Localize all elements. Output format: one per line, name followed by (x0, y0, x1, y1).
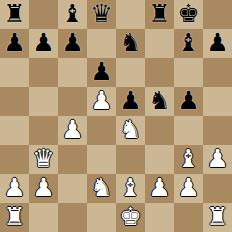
square-f6[interactable] (145, 58, 174, 87)
square-h6[interactable] (203, 58, 232, 87)
square-g7[interactable]: ♝ (174, 29, 203, 58)
square-e1[interactable]: ♚ (116, 203, 145, 232)
piece-white-queen: ♛ (32, 144, 54, 173)
square-e6[interactable] (116, 58, 145, 87)
piece-black-pawn: ♟ (3, 28, 25, 57)
square-a5[interactable] (0, 87, 29, 116)
square-c4[interactable]: ♟ (58, 116, 87, 145)
square-h7[interactable]: ♟ (203, 29, 232, 58)
piece-black-pawn: ♟ (119, 86, 141, 115)
piece-black-pawn: ♟ (90, 57, 112, 86)
piece-white-pawn: ♟ (61, 115, 83, 144)
piece-white-pawn: ♟ (3, 173, 25, 202)
square-h5[interactable] (203, 87, 232, 116)
piece-black-pawn: ♟ (61, 28, 83, 57)
piece-black-knight: ♞ (119, 28, 141, 57)
square-c3[interactable] (58, 145, 87, 174)
square-g4[interactable] (174, 116, 203, 145)
piece-white-king: ♚ (119, 202, 141, 231)
square-g5[interactable]: ♟ (174, 87, 203, 116)
square-g3[interactable]: ♝ (174, 145, 203, 174)
square-a2[interactable]: ♟ (0, 174, 29, 203)
piece-white-knight: ♞ (119, 115, 141, 144)
square-e7[interactable]: ♞ (116, 29, 145, 58)
square-d6[interactable]: ♟ (87, 58, 116, 87)
square-a6[interactable] (0, 58, 29, 87)
piece-black-rook: ♜ (148, 0, 170, 28)
piece-black-pawn: ♟ (177, 86, 199, 115)
square-f2[interactable]: ♟ (145, 174, 174, 203)
square-c1[interactable] (58, 203, 87, 232)
square-c8[interactable]: ♝ (58, 0, 87, 29)
square-d5[interactable]: ♟ (87, 87, 116, 116)
square-a8[interactable]: ♜ (0, 0, 29, 29)
square-b8[interactable] (29, 0, 58, 29)
square-c6[interactable] (58, 58, 87, 87)
square-f8[interactable]: ♜ (145, 0, 174, 29)
piece-black-bishop: ♝ (177, 28, 199, 57)
square-c5[interactable] (58, 87, 87, 116)
square-b2[interactable]: ♟ (29, 174, 58, 203)
square-g2[interactable]: ♟ (174, 174, 203, 203)
square-d8[interactable]: ♛ (87, 0, 116, 29)
piece-black-rook: ♜ (3, 0, 25, 28)
piece-white-rook: ♜ (206, 202, 228, 231)
piece-black-king: ♚ (177, 0, 199, 28)
piece-black-queen: ♛ (90, 0, 112, 28)
square-f4[interactable] (145, 116, 174, 145)
square-a3[interactable] (0, 145, 29, 174)
square-a7[interactable]: ♟ (0, 29, 29, 58)
square-a1[interactable]: ♜ (0, 203, 29, 232)
piece-white-pawn: ♟ (32, 173, 54, 202)
square-f5[interactable]: ♞ (145, 87, 174, 116)
square-b1[interactable] (29, 203, 58, 232)
piece-white-pawn: ♟ (177, 173, 199, 202)
square-e5[interactable]: ♟ (116, 87, 145, 116)
square-c2[interactable] (58, 174, 87, 203)
square-d1[interactable] (87, 203, 116, 232)
square-a4[interactable] (0, 116, 29, 145)
square-b3[interactable]: ♛ (29, 145, 58, 174)
piece-black-pawn: ♟ (32, 28, 54, 57)
piece-black-knight: ♞ (148, 86, 170, 115)
square-b7[interactable]: ♟ (29, 29, 58, 58)
square-h8[interactable] (203, 0, 232, 29)
square-d4[interactable] (87, 116, 116, 145)
piece-white-pawn: ♟ (206, 144, 228, 173)
piece-black-pawn: ♟ (206, 28, 228, 57)
square-e8[interactable] (116, 0, 145, 29)
square-f1[interactable] (145, 203, 174, 232)
square-b5[interactable] (29, 87, 58, 116)
piece-white-bishop: ♝ (177, 144, 199, 173)
square-d7[interactable] (87, 29, 116, 58)
square-g8[interactable]: ♚ (174, 0, 203, 29)
square-h4[interactable] (203, 116, 232, 145)
square-f7[interactable] (145, 29, 174, 58)
square-b4[interactable] (29, 116, 58, 145)
piece-white-pawn: ♟ (90, 86, 112, 115)
piece-white-rook: ♜ (3, 202, 25, 231)
square-h1[interactable]: ♜ (203, 203, 232, 232)
piece-white-bishop: ♝ (119, 173, 141, 202)
square-e4[interactable]: ♞ (116, 116, 145, 145)
square-h2[interactable] (203, 174, 232, 203)
chess-board: ♜♝♛♜♚♟♟♟♞♝♟♟♟♟♞♟♟♞♛♝♟♟♟♞♝♟♟♜♚♜ (0, 0, 232, 232)
square-e3[interactable] (116, 145, 145, 174)
square-d2[interactable]: ♞ (87, 174, 116, 203)
square-h3[interactable]: ♟ (203, 145, 232, 174)
square-g6[interactable] (174, 58, 203, 87)
piece-black-bishop: ♝ (61, 0, 83, 28)
square-e2[interactable]: ♝ (116, 174, 145, 203)
square-g1[interactable] (174, 203, 203, 232)
piece-white-pawn: ♟ (148, 173, 170, 202)
piece-white-knight: ♞ (90, 173, 112, 202)
square-f3[interactable] (145, 145, 174, 174)
square-b6[interactable] (29, 58, 58, 87)
square-c7[interactable]: ♟ (58, 29, 87, 58)
square-d3[interactable] (87, 145, 116, 174)
